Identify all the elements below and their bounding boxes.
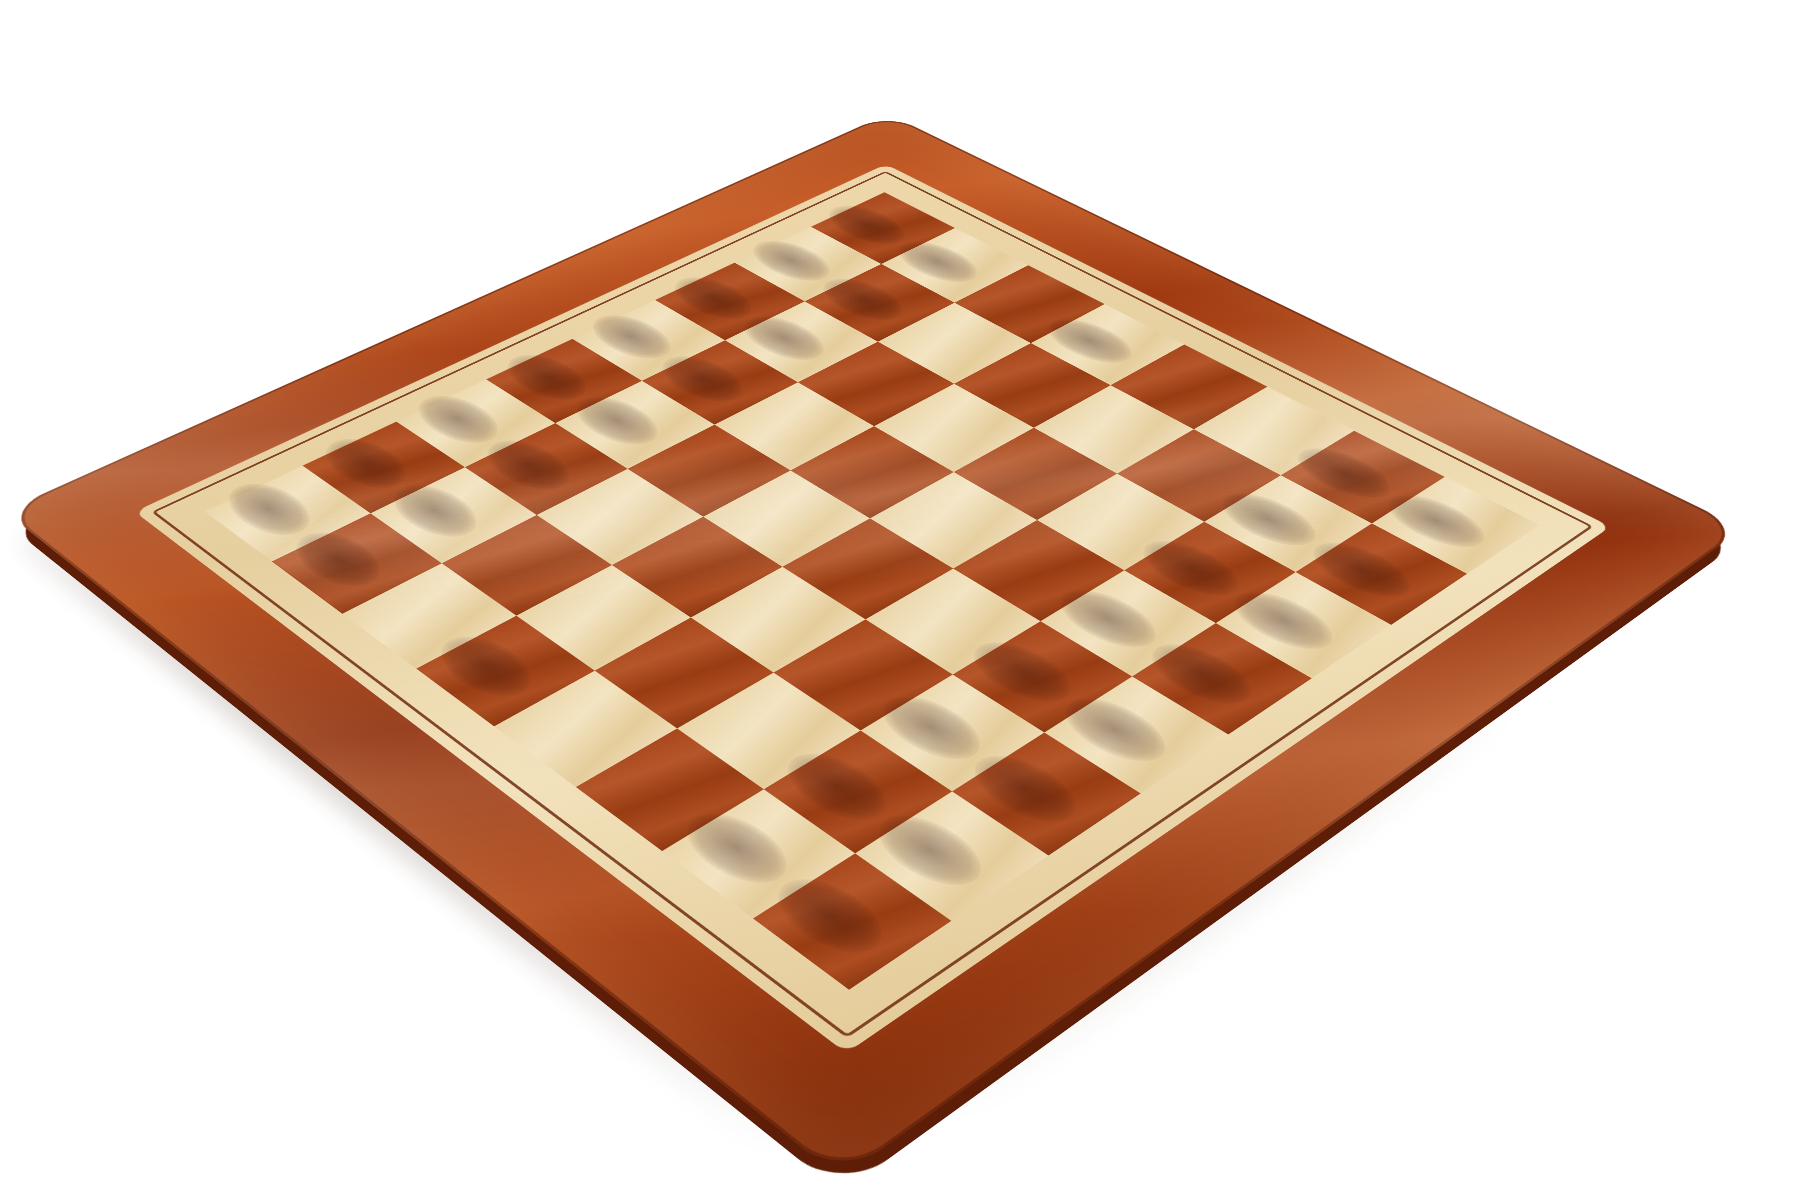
piece-black-queen-h5: ♛ — [1031, 303, 1184, 384]
chess-board: ♜♞♟♝♟♚♟♛♛♟♝♟♞♟♟♜♟♟♜♟♟♞♟♝♛♟♚♟♛♟♝♟♞♜ — [4, 114, 1743, 1179]
black-pawn-icon: ♟ — [671, 255, 769, 388]
white-queen-icon: ♛ — [412, 425, 598, 678]
scene: ♜♞♟♝♟♚♟♛♛♟♝♟♞♟♟♜♟♟♜♟♟♞♟♝♛♟♚♟♛♟♝♟♞♜ — [0, 0, 1800, 1200]
product-photo-background: ♜♞♟♝♟♚♟♛♛♟♝♟♞♟♟♜♟♟♜♟♟♞♟♝♛♟♚♟♛♟♝♟♞♜ — [0, 0, 1800, 1200]
black-pawn-icon: ♟ — [303, 424, 410, 570]
pieces-layer: ♜♞♟♝♟♚♟♛♛♟♝♟♞♟♟♜♟♟♜♟♟♞♟♝♛♟♚♟♛♟♝♟♞♜ — [204, 192, 1539, 990]
black-pawn-icon: ♟ — [585, 295, 685, 431]
black-queen-icon: ♛ — [1028, 134, 1187, 350]
white-rook-icon: ♜ — [778, 727, 926, 928]
